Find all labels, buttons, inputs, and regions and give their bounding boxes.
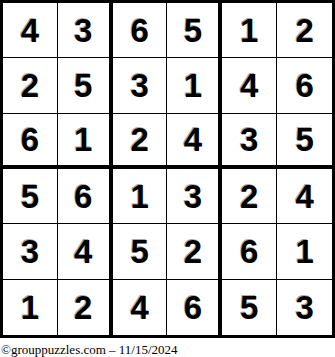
cell-r4c6: 4 [277,169,332,224]
cell-r5c5: 6 [222,224,277,279]
cell-r1c5: 1 [222,3,277,58]
cell-r3c2: 1 [58,114,113,169]
cell-r3c3: 2 [113,114,168,169]
cell-r2c2: 5 [58,58,113,113]
cell-r2c6: 6 [277,58,332,113]
cell-r6c2: 2 [58,280,113,335]
cell-r5c4: 2 [167,224,222,279]
cell-r1c3: 6 [113,3,168,58]
cell-r2c4: 1 [167,58,222,113]
cell-r4c5: 2 [222,169,277,224]
cell-r6c5: 5 [222,280,277,335]
cell-r5c1: 3 [3,224,58,279]
cell-r3c5: 3 [222,114,277,169]
cell-r3c6: 5 [277,114,332,169]
cell-r3c4: 4 [167,114,222,169]
cell-r1c6: 2 [277,3,332,58]
cell-r2c3: 3 [113,58,168,113]
cell-r4c1: 5 [3,169,58,224]
cell-r5c3: 5 [113,224,168,279]
cell-r2c1: 2 [3,58,58,113]
cell-r4c2: 6 [58,169,113,224]
cell-r4c4: 3 [167,169,222,224]
cell-r5c6: 1 [277,224,332,279]
copyright-credit: ©grouppuzzles.com – 11/15/2024 [1,342,335,357]
cell-r6c4: 6 [167,280,222,335]
cell-r1c1: 4 [3,3,58,58]
cell-r6c3: 4 [113,280,168,335]
cell-r1c4: 5 [167,3,222,58]
cell-r3c1: 6 [3,114,58,169]
cell-r6c1: 1 [3,280,58,335]
cell-r2c5: 4 [222,58,277,113]
cell-r6c6: 3 [277,280,332,335]
cell-r4c3: 1 [113,169,168,224]
cell-r1c2: 3 [58,3,113,58]
sudoku-board: 436512253146612435561324345261124653 [0,0,335,338]
cell-r5c2: 4 [58,224,113,279]
